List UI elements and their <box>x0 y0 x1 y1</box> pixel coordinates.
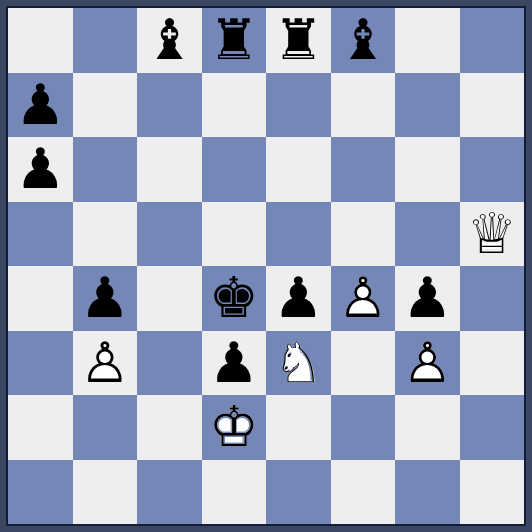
square-g6[interactable] <box>395 137 460 202</box>
square-f6[interactable] <box>331 137 396 202</box>
square-e1[interactable] <box>266 460 331 525</box>
piece-black-pawn[interactable]: ♟ <box>73 266 138 331</box>
square-h8[interactable] <box>460 8 525 73</box>
pawn-outline-glyph: ♙ <box>395 331 460 396</box>
piece-white-pawn[interactable]: ♟♙ <box>331 266 396 331</box>
pawn-outline-glyph: ♙ <box>331 266 396 331</box>
pawn-glyph: ♟ <box>8 137 73 202</box>
pawn-glyph: ♟ <box>73 266 138 331</box>
chess-board: ♝♜♜♝♟♟♛♕♟♚♟♟♙♟♟♙♟♞♘♟♙♚♔ <box>8 8 524 524</box>
square-a7[interactable]: ♟ <box>8 73 73 138</box>
square-d5[interactable] <box>202 202 267 267</box>
queen-outline-glyph: ♕ <box>460 202 525 267</box>
king-outline-glyph: ♔ <box>202 395 267 460</box>
square-f8[interactable]: ♝ <box>331 8 396 73</box>
square-e2[interactable] <box>266 395 331 460</box>
square-h4[interactable] <box>460 266 525 331</box>
square-g5[interactable] <box>395 202 460 267</box>
square-h2[interactable] <box>460 395 525 460</box>
piece-white-pawn[interactable]: ♟♙ <box>395 331 460 396</box>
chess-board-frame: ♝♜♜♝♟♟♛♕♟♚♟♟♙♟♟♙♟♞♘♟♙♚♔ <box>0 0 532 532</box>
square-e3[interactable]: ♞♘ <box>266 331 331 396</box>
piece-white-queen[interactable]: ♛♕ <box>460 202 525 267</box>
piece-white-knight[interactable]: ♞♘ <box>266 331 331 396</box>
square-c4[interactable] <box>137 266 202 331</box>
square-g4[interactable]: ♟ <box>395 266 460 331</box>
square-b1[interactable] <box>73 460 138 525</box>
pawn-glyph: ♟ <box>202 331 267 396</box>
square-a3[interactable] <box>8 331 73 396</box>
square-a1[interactable] <box>8 460 73 525</box>
square-f1[interactable] <box>331 460 396 525</box>
square-g2[interactable] <box>395 395 460 460</box>
square-e5[interactable] <box>266 202 331 267</box>
square-c7[interactable] <box>137 73 202 138</box>
square-h1[interactable] <box>460 460 525 525</box>
square-c2[interactable] <box>137 395 202 460</box>
piece-black-pawn[interactable]: ♟ <box>266 266 331 331</box>
piece-black-pawn[interactable]: ♟ <box>395 266 460 331</box>
square-a8[interactable] <box>8 8 73 73</box>
rook-glyph: ♜ <box>202 8 267 73</box>
square-b3[interactable]: ♟♙ <box>73 331 138 396</box>
square-h3[interactable] <box>460 331 525 396</box>
square-g8[interactable] <box>395 8 460 73</box>
piece-black-king[interactable]: ♚ <box>202 266 267 331</box>
square-g7[interactable] <box>395 73 460 138</box>
piece-black-bishop[interactable]: ♝ <box>331 8 396 73</box>
square-e7[interactable] <box>266 73 331 138</box>
square-f3[interactable] <box>331 331 396 396</box>
square-a4[interactable] <box>8 266 73 331</box>
square-b4[interactable]: ♟ <box>73 266 138 331</box>
chess-board-inner-border: ♝♜♜♝♟♟♛♕♟♚♟♟♙♟♟♙♟♞♘♟♙♚♔ <box>6 6 526 526</box>
piece-black-pawn[interactable]: ♟ <box>8 137 73 202</box>
square-d2[interactable]: ♚♔ <box>202 395 267 460</box>
square-g3[interactable]: ♟♙ <box>395 331 460 396</box>
piece-white-pawn[interactable]: ♟♙ <box>73 331 138 396</box>
square-e4[interactable]: ♟ <box>266 266 331 331</box>
square-f4[interactable]: ♟♙ <box>331 266 396 331</box>
square-b8[interactable] <box>73 8 138 73</box>
square-c3[interactable] <box>137 331 202 396</box>
square-e8[interactable]: ♜ <box>266 8 331 73</box>
square-a5[interactable] <box>8 202 73 267</box>
king-glyph: ♚ <box>202 266 267 331</box>
piece-black-pawn[interactable]: ♟ <box>8 73 73 138</box>
square-a2[interactable] <box>8 395 73 460</box>
square-c1[interactable] <box>137 460 202 525</box>
bishop-glyph: ♝ <box>137 8 202 73</box>
square-c6[interactable] <box>137 137 202 202</box>
square-b6[interactable] <box>73 137 138 202</box>
square-d6[interactable] <box>202 137 267 202</box>
piece-black-rook[interactable]: ♜ <box>266 8 331 73</box>
square-d4[interactable]: ♚ <box>202 266 267 331</box>
piece-black-bishop[interactable]: ♝ <box>137 8 202 73</box>
square-f2[interactable] <box>331 395 396 460</box>
square-h7[interactable] <box>460 73 525 138</box>
pawn-glyph: ♟ <box>266 266 331 331</box>
piece-black-rook[interactable]: ♜ <box>202 8 267 73</box>
square-b2[interactable] <box>73 395 138 460</box>
square-c5[interactable] <box>137 202 202 267</box>
pawn-glyph: ♟ <box>8 73 73 138</box>
piece-white-king[interactable]: ♚♔ <box>202 395 267 460</box>
bishop-glyph: ♝ <box>331 8 396 73</box>
square-b5[interactable] <box>73 202 138 267</box>
square-b7[interactable] <box>73 73 138 138</box>
pawn-glyph: ♟ <box>395 266 460 331</box>
square-e6[interactable] <box>266 137 331 202</box>
square-g1[interactable] <box>395 460 460 525</box>
pawn-outline-glyph: ♙ <box>73 331 138 396</box>
square-f7[interactable] <box>331 73 396 138</box>
square-h6[interactable] <box>460 137 525 202</box>
square-f5[interactable] <box>331 202 396 267</box>
rook-glyph: ♜ <box>266 8 331 73</box>
square-a6[interactable]: ♟ <box>8 137 73 202</box>
piece-black-pawn[interactable]: ♟ <box>202 331 267 396</box>
square-d8[interactable]: ♜ <box>202 8 267 73</box>
square-d3[interactable]: ♟ <box>202 331 267 396</box>
square-d7[interactable] <box>202 73 267 138</box>
square-d1[interactable] <box>202 460 267 525</box>
square-h5[interactable]: ♛♕ <box>460 202 525 267</box>
square-c8[interactable]: ♝ <box>137 8 202 73</box>
knight-outline-glyph: ♘ <box>266 331 331 396</box>
